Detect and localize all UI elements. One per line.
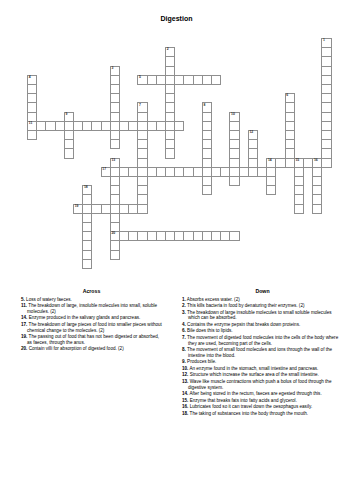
clue-item: 16. Lubricates food so it can travel dow… [182, 404, 343, 410]
cell-number: 14 [268, 159, 272, 162]
clue-number: 17. [21, 322, 27, 327]
cell[interactable] [202, 185, 212, 195]
clue-item: 2. This kills bacteria in food by denatu… [182, 303, 343, 309]
cell-number: 5 [139, 76, 141, 79]
cell-number: 9 [65, 113, 67, 116]
clue-item: 7. The movement of digested food molecul… [182, 335, 343, 346]
cell-number: 18 [84, 186, 88, 189]
clue-item: 14. After being stored in the rectum, fa… [182, 391, 343, 397]
cell-number: 3 [111, 67, 113, 70]
cell[interactable] [229, 231, 239, 241]
cell-number: 13 [111, 159, 115, 162]
clue-item: 5. Loss of watery faeces. [21, 297, 162, 303]
cell[interactable]: 17 [101, 167, 111, 177]
across-clues-column: Across 5. Loss of watery faeces.11. The … [0, 288, 168, 353]
cell-number: 7 [139, 104, 141, 107]
clue-number: 15. [182, 398, 188, 403]
clue-number: 3. [182, 310, 186, 315]
clue-item: 3. The breakdown of large insoluble mole… [182, 310, 343, 321]
clue-item: 4. Contains the enzyme pepsin that break… [182, 322, 343, 328]
cell[interactable] [82, 259, 92, 269]
cell[interactable] [156, 121, 166, 131]
cell-number: 11 [29, 122, 33, 125]
cell[interactable] [193, 167, 203, 177]
cell-number: 4 [29, 76, 31, 79]
clue-item: 6. Bile does this to lipids. [182, 328, 343, 334]
clue-number: 8. [182, 347, 186, 352]
across-header: Across [21, 288, 162, 294]
clue-number: 7. [182, 335, 186, 340]
down-clue-list: 1. Absorbs excess water. (2)2. This kill… [182, 297, 343, 417]
cell[interactable] [101, 204, 111, 214]
clue-item: 9. Produces bile. [182, 359, 343, 365]
clue-item: 14. Enzyme produced in the salivary glan… [21, 315, 162, 321]
cell-number: 17 [102, 168, 106, 171]
cell[interactable] [239, 167, 249, 177]
clue-number: 2. [182, 303, 186, 308]
clue-number: 20. [21, 346, 27, 351]
clue-number: 13. [182, 379, 188, 384]
cell-number: 12 [249, 131, 253, 134]
clue-item: 20. Contain villi for absorption of dige… [21, 346, 162, 352]
clue-item: 11. The breakdown of large, insoluble mo… [21, 303, 162, 314]
cell[interactable] [128, 204, 138, 214]
cell-number: 19 [75, 205, 79, 208]
cell[interactable] [257, 167, 267, 177]
clue-number: 1. [182, 297, 186, 302]
clue-number: 16. [182, 404, 188, 409]
clue-number: 12. [182, 372, 188, 377]
clue-item: 18. The taking of substances into the bo… [182, 411, 343, 417]
cell[interactable] [128, 121, 138, 131]
clue-item: 15. Enzyme that breaks fats into fatty a… [182, 398, 343, 404]
cell[interactable] [312, 204, 322, 214]
across-clue-list: 5. Loss of watery faeces.11. The breakdo… [21, 297, 162, 353]
clue-number: 14. [182, 391, 188, 396]
cell-number: 16 [314, 159, 318, 162]
clue-item: 13. Wave like muscle contractions which … [182, 379, 343, 390]
cell[interactable] [156, 75, 166, 85]
cell[interactable]: 19 [73, 204, 83, 214]
cell-number: 20 [111, 232, 115, 235]
cell[interactable] [211, 75, 221, 85]
clue-number: 19. [21, 334, 27, 339]
clue-item: 12. Structure which increase the surface… [182, 372, 343, 378]
clue-item: 17. The breakdown of large pieces of foo… [21, 322, 162, 333]
clue-item: 10. An enzyme found in the stomach, smal… [182, 366, 343, 372]
cell[interactable] [165, 148, 175, 158]
cell[interactable] [294, 204, 304, 214]
cell-number: 10 [231, 113, 235, 116]
cell[interactable] [229, 176, 239, 186]
cell[interactable] [275, 158, 285, 168]
clue-item: 8. The movement of small food molecules … [182, 347, 343, 358]
clue-number: 11. [21, 303, 27, 308]
cell-number: 1 [323, 39, 325, 42]
clue-number: 14. [21, 315, 27, 320]
cell[interactable] [266, 185, 276, 195]
clue-item: 1. Absorbs excess water. (2) [182, 297, 343, 303]
cell-number: 15 [295, 159, 299, 162]
cell[interactable] [64, 148, 74, 158]
cell[interactable] [321, 158, 331, 168]
clue-number: 10. [182, 366, 188, 371]
cell-number: 6 [286, 94, 288, 97]
cell[interactable] [137, 204, 147, 214]
cell-number: 2 [167, 48, 169, 51]
clue-number: 18. [182, 411, 188, 416]
down-header: Down [182, 288, 343, 294]
clue-number: 4. [182, 322, 186, 327]
clue-number: 9. [182, 359, 186, 364]
cell-number: 8 [203, 104, 205, 107]
cell[interactable] [110, 139, 120, 149]
cell[interactable] [101, 121, 111, 131]
down-clues-column: Down 1. Absorbs excess water. (2)2. This… [168, 288, 353, 417]
clue-item: 19. The passing out of food that has not… [21, 334, 162, 345]
clue-number: 6. [182, 328, 186, 333]
clue-section: Across 5. Loss of watery faeces.11. The … [0, 288, 353, 417]
clue-number: 5. [21, 297, 25, 302]
cell[interactable] [174, 121, 184, 131]
cell[interactable] [220, 167, 230, 177]
cell[interactable] [110, 250, 120, 260]
crossword-board: 1234115678910121320141516171819 [0, 0, 353, 286]
worksheet-page: Digestion 123411567891012132014151617181… [0, 0, 353, 500]
cell[interactable] [55, 121, 65, 131]
cell[interactable] [128, 167, 138, 177]
cell[interactable] [27, 130, 37, 140]
